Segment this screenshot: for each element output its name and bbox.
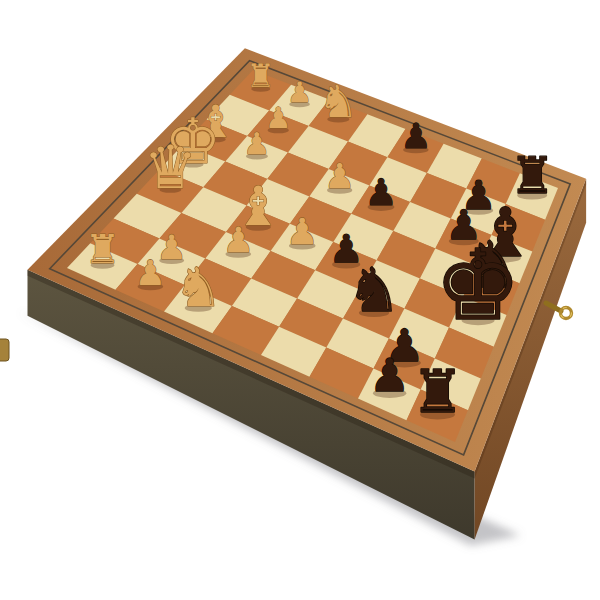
white-pawn-f3[interactable]: ♟: [223, 220, 254, 260]
scene-svg: ♜♝♚♛♜♟♟♟♟♟♞♝♟♞♟♟♟♟♟♞♟♟♟♟♜♝♞♚♜: [0, 0, 600, 600]
chess-box-photo: ♜♝♚♛♜♟♟♟♟♟♞♝♟♞♟♟♟♟♟♞♟♟♟♟♜♝♞♚♜: [0, 0, 600, 600]
white-rook-h1[interactable]: ♜: [85, 226, 121, 272]
white-pawn-h2[interactable]: ♟: [135, 253, 166, 293]
white-queen-e1[interactable]: ♛: [144, 133, 197, 202]
black-king-e8[interactable]: ♚: [435, 229, 522, 342]
white-knight-h3[interactable]: ♞: [174, 256, 223, 319]
white-pawn-c2[interactable]: ♟: [243, 126, 270, 161]
black-pawn-h7[interactable]: ♟: [369, 349, 410, 402]
black-pawn-c5[interactable]: ♟: [365, 171, 398, 214]
white-rook-a1[interactable]: ♜: [246, 57, 275, 95]
white-pawn-e4[interactable]: ♟: [286, 211, 318, 253]
white-knight-a3[interactable]: ♞: [318, 76, 358, 127]
black-pawn-a5[interactable]: ♟: [400, 116, 431, 156]
white-pawn-c4[interactable]: ♟: [324, 156, 355, 196]
black-rook-h8[interactable]: ♜: [411, 358, 464, 426]
black-knight-f6[interactable]: ♞: [347, 255, 401, 325]
brass-hinge: [0, 339, 9, 361]
